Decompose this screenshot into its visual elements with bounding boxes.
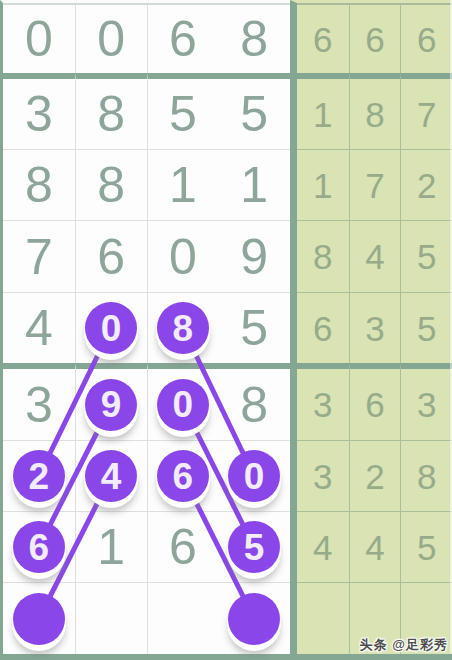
grid-digit: 6 [169,14,197,64]
grid-digit: 5 [240,303,268,353]
circled-number: 5 [228,521,280,573]
side-grid-cell-r2c1: 1 [297,73,349,149]
side-grid-cell-r7c1: 3 [297,440,349,511]
grid-digit: 8 [97,89,125,139]
solid-dot [13,593,65,645]
grid-digit: 8 [240,380,268,430]
main-grid-cell-r6c3: 0 [147,363,219,440]
side-grid-cell-r5c3: 5 [400,292,452,363]
main-grid-cell-r7c1: 2 [3,440,75,511]
grid-digit: 1 [313,97,332,132]
grid-digit: 2 [365,459,384,494]
grid-digit: 5 [169,89,197,139]
grid-digit: 6 [169,522,197,572]
side-grid-cell-r1c3: 6 [400,3,452,73]
side-grid-cell-r5c2: 3 [349,292,401,363]
circled-number: 0 [228,450,280,502]
main-grid-cell-r8c3: 6 [147,511,219,582]
side-grid-cell-r7c2: 2 [349,440,401,511]
main-grid-cell-r2c1: 3 [3,73,75,149]
bottom-border [0,654,452,660]
circled-number: 6 [13,521,65,573]
side-grid-cell-r8c3: 5 [400,511,452,582]
grid-digit: 3 [25,380,53,430]
grid-digit: 3 [417,387,436,422]
lottery-trend-board: 00683855881176094085390824606165 6661871… [0,0,452,660]
circled-digit: 6 [173,458,194,495]
grid-digit: 3 [365,311,384,346]
side-grid-cell-r6c1: 3 [297,363,349,440]
grid-digit: 2 [417,168,436,203]
main-grid-cell-r9c2 [75,582,147,654]
main-grid-cell-r5c3: 8 [147,292,219,363]
grid-digit: 6 [313,22,332,57]
grid-digit: 3 [25,89,53,139]
main-grid-cell-r4c1: 7 [3,220,75,292]
main-grid-cell-r6c4: 8 [218,363,290,440]
grid-digit: 5 [417,530,436,565]
circled-number: 9 [85,379,137,431]
main-grid-cell-r2c3: 5 [147,73,219,149]
side-grid-cell-r6c3: 3 [400,363,452,440]
main-grid-cell-r3c1: 8 [3,149,75,220]
main-grid-cell-r7c3: 6 [147,440,219,511]
grid-digit: 6 [313,311,332,346]
grid-digit: 5 [417,239,436,274]
main-grid-cell-r3c4: 1 [218,149,290,220]
grid-digit: 7 [417,97,436,132]
main-grid-cell-r1c2: 0 [75,3,147,73]
circled-number: 6 [157,450,209,502]
main-grid-cell-r7c4: 0 [218,440,290,511]
grid-digit: 0 [97,14,125,64]
grid-digit: 8 [313,239,332,274]
main-grid-cell-r8c2: 1 [75,511,147,582]
main-grid-cell-r5c1: 4 [3,292,75,363]
side-grid-cell-r7c3: 8 [400,440,452,511]
grid-digit: 8 [25,160,53,210]
watermark: 头条 @足彩秀 [360,636,448,654]
circled-digit: 0 [244,458,265,495]
main-grid-cell-r2c2: 8 [75,73,147,149]
main-grid-cell-r9c1 [3,582,75,654]
main-grid-cell-r5c2: 0 [75,292,147,363]
main-grid-cell-r7c2: 4 [75,440,147,511]
side-number-grid: 666187172845635363328445 [290,0,452,654]
main-grid-cell-r4c4: 9 [218,220,290,292]
side-grid-cell-r8c1: 4 [297,511,349,582]
side-grid-cell-r2c2: 8 [349,73,401,149]
circled-digit: 0 [101,310,122,347]
main-grid-cell-r4c2: 6 [75,220,147,292]
grid-digit: 5 [417,311,436,346]
grid-digit: 4 [365,530,384,565]
side-grid-cell-r8c2: 4 [349,511,401,582]
main-grid-cell-r1c3: 6 [147,3,219,73]
grid-digit: 1 [240,160,268,210]
circled-digit: 9 [101,386,122,423]
grid-digit: 3 [313,459,332,494]
side-grid-cell-r4c1: 8 [297,220,349,292]
grid-digit: 6 [365,387,384,422]
circled-digit: 6 [29,529,50,566]
side-grid-cell-r9c1 [297,582,349,654]
grid-digit: 0 [25,14,53,64]
side-grid-cell-r3c3: 2 [400,149,452,220]
grid-digit: 4 [365,239,384,274]
side-grid-cell-r4c3: 5 [400,220,452,292]
main-grid-cell-r5c4: 5 [218,292,290,363]
circled-digit: 5 [244,529,265,566]
grid-digit: 6 [365,22,384,57]
grid-digit: 8 [97,160,125,210]
grid-digit: 8 [365,97,384,132]
grid-digit: 1 [313,168,332,203]
main-number-grid: 00683855881176094085390824606165 [0,0,290,654]
main-grid-cell-r6c2: 9 [75,363,147,440]
grid-digit: 7 [365,168,384,203]
main-grid-cell-r8c1: 6 [3,511,75,582]
main-grid-cell-r1c1: 0 [3,3,75,73]
circled-digit: 0 [173,386,194,423]
grid-digit: 9 [240,232,268,282]
circled-number: 0 [85,302,137,354]
side-grid-cell-r3c1: 1 [297,149,349,220]
grid-digit: 7 [25,232,53,282]
main-grid-cell-r2c4: 5 [218,73,290,149]
main-grid-cell-r3c2: 8 [75,149,147,220]
circled-digit: 8 [173,310,194,347]
side-grid-cell-r3c2: 7 [349,149,401,220]
main-grid-cell-r3c3: 1 [147,149,219,220]
main-grid-cell-r4c3: 0 [147,220,219,292]
grid-digit: 0 [169,232,197,282]
side-grid-cell-r4c2: 4 [349,220,401,292]
solid-dot [228,593,280,645]
grid-digit: 6 [417,22,436,57]
main-grid-cell-r9c3 [147,582,219,654]
grid-digit: 5 [240,89,268,139]
circled-digit: 2 [29,458,50,495]
side-grid-cell-r1c1: 6 [297,3,349,73]
grid-digit: 1 [169,160,197,210]
grid-digit: 3 [313,387,332,422]
circled-number: 4 [85,450,137,502]
circled-number: 2 [13,450,65,502]
grid-digit: 1 [97,522,125,572]
main-grid-cell-r6c1: 3 [3,363,75,440]
grid-digit: 4 [25,303,53,353]
circled-number: 0 [157,379,209,431]
grid-digit: 6 [97,232,125,282]
circled-number: 8 [157,302,209,354]
side-grid-cell-r1c2: 6 [349,3,401,73]
grid-digit: 8 [417,459,436,494]
circled-digit: 4 [101,458,122,495]
grid-digit: 4 [313,530,332,565]
side-grid-cell-r2c3: 7 [400,73,452,149]
main-grid-cell-r1c4: 8 [218,3,290,73]
side-grid-cell-r5c1: 6 [297,292,349,363]
grid-digit: 8 [240,14,268,64]
side-grid-cell-r6c2: 6 [349,363,401,440]
main-grid-cell-r8c4: 5 [218,511,290,582]
main-grid-cell-r9c4 [218,582,290,654]
